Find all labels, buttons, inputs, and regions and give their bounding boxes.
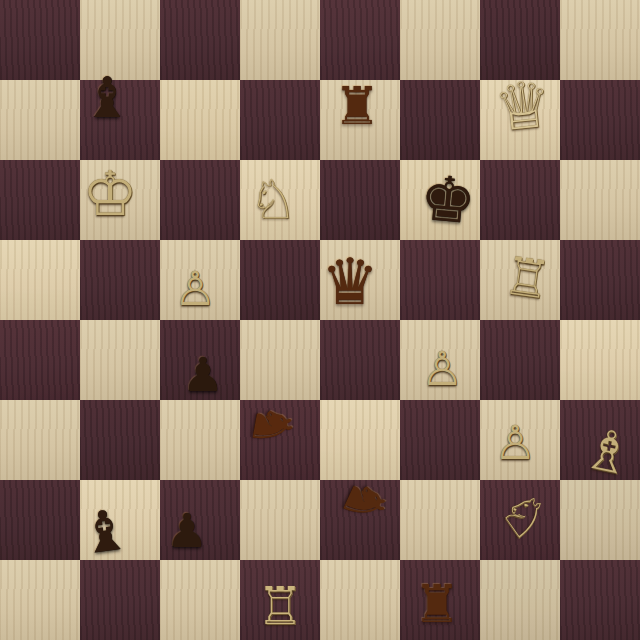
square-g7[interactable]: ♕ <box>480 80 560 160</box>
square-a1[interactable] <box>0 560 80 640</box>
square-d8[interactable] <box>240 0 320 80</box>
square-b3[interactable] <box>80 400 160 480</box>
square-f8[interactable] <box>400 0 480 80</box>
square-h5[interactable] <box>560 240 640 320</box>
square-f2[interactable] <box>400 480 480 560</box>
square-e3[interactable] <box>320 400 400 480</box>
square-e2[interactable]: ♞ <box>320 480 400 560</box>
square-b4[interactable] <box>80 320 160 400</box>
square-b6[interactable]: ♔ <box>80 160 160 240</box>
square-c5[interactable]: ♙ <box>160 240 240 320</box>
piece-black-bishop-b2[interactable]: ♝ <box>76 501 134 563</box>
square-e1[interactable] <box>320 560 400 640</box>
square-a3[interactable] <box>0 400 80 480</box>
square-d3[interactable]: ♞ <box>240 400 320 480</box>
square-h2[interactable] <box>560 480 640 560</box>
square-h3[interactable]: ♗ <box>560 400 640 480</box>
piece-white-bishop-h3[interactable]: ♗ <box>578 419 639 484</box>
chessboard-photo: ♝♜♕♔♘♚♙♛♖♟♙♞♙♗♝♟♞♘♖♜ Ж <box>0 0 640 640</box>
square-a4[interactable] <box>0 320 80 400</box>
piece-black-rook-e7[interactable]: ♜ <box>334 80 381 132</box>
square-e4[interactable] <box>320 320 400 400</box>
square-h8[interactable] <box>560 0 640 80</box>
square-d2[interactable] <box>240 480 320 560</box>
square-d4[interactable] <box>240 320 320 400</box>
piece-black-king-f6[interactable]: ♚ <box>418 167 479 234</box>
square-g8[interactable] <box>480 0 560 80</box>
piece-white-pawn-g3[interactable]: ♙ <box>494 419 536 466</box>
square-e7[interactable]: ♜ <box>320 80 400 160</box>
square-c4[interactable]: ♟ <box>160 320 240 400</box>
square-a8[interactable] <box>0 0 80 80</box>
square-f4[interactable]: ♙ <box>400 320 480 400</box>
piece-black-queen-e5[interactable]: ♛ <box>321 250 378 314</box>
square-b1[interactable] <box>80 560 160 640</box>
square-a7[interactable] <box>0 80 80 160</box>
square-d7[interactable] <box>240 80 320 160</box>
square-g6[interactable] <box>480 160 560 240</box>
piece-white-king-b6[interactable]: ♔ <box>82 163 138 225</box>
square-f5[interactable] <box>400 240 480 320</box>
square-d5[interactable] <box>240 240 320 320</box>
square-e6[interactable] <box>320 160 400 240</box>
square-g2[interactable]: ♘ <box>480 480 560 560</box>
fallen-piece-white-knight-g2[interactable]: ♘ <box>491 482 559 549</box>
chess-board: ♝♜♕♔♘♚♙♛♖♟♙♞♙♗♝♟♞♘♖♜ <box>0 0 640 640</box>
fallen-piece-black-knight-e2[interactable]: ♞ <box>332 470 398 533</box>
square-h4[interactable] <box>560 320 640 400</box>
piece-white-pawn-c5[interactable]: ♙ <box>174 265 216 312</box>
square-b2[interactable]: ♝ <box>80 480 160 560</box>
square-b7[interactable]: ♝ <box>80 80 160 160</box>
square-b5[interactable] <box>80 240 160 320</box>
square-c1[interactable] <box>160 560 240 640</box>
square-g1[interactable] <box>480 560 560 640</box>
square-a5[interactable] <box>0 240 80 320</box>
square-f6[interactable]: ♚ <box>400 160 480 240</box>
square-f1[interactable]: ♜ <box>400 560 480 640</box>
square-g3[interactable]: ♙ <box>480 400 560 480</box>
piece-white-knight-d6[interactable]: ♘ <box>249 173 297 227</box>
piece-white-pawn-f4[interactable]: ♙ <box>421 345 463 392</box>
fallen-piece-black-knight-d3[interactable]: ♞ <box>243 399 302 453</box>
square-g4[interactable] <box>480 320 560 400</box>
square-c6[interactable] <box>160 160 240 240</box>
piece-black-pawn-c2[interactable]: ♟ <box>166 507 208 554</box>
square-g5[interactable]: ♖ <box>480 240 560 320</box>
piece-white-rook-d1[interactable]: ♖ <box>257 580 304 632</box>
square-e5[interactable]: ♛ <box>320 240 400 320</box>
square-h1[interactable] <box>560 560 640 640</box>
square-d6[interactable]: ♘ <box>240 160 320 240</box>
piece-white-rook-g5[interactable]: ♖ <box>500 249 553 307</box>
square-f3[interactable] <box>400 400 480 480</box>
piece-black-rook-f1[interactable]: ♜ <box>414 578 461 630</box>
square-e8[interactable] <box>320 0 400 80</box>
square-d1[interactable]: ♖ <box>240 560 320 640</box>
piece-black-pawn-c4[interactable]: ♟ <box>182 351 224 398</box>
square-c7[interactable] <box>160 80 240 160</box>
piece-black-bishop-b7[interactable]: ♝ <box>82 70 132 126</box>
square-c2[interactable]: ♟ <box>160 480 240 560</box>
square-h7[interactable] <box>560 80 640 160</box>
piece-white-queen-g7[interactable]: ♕ <box>491 71 555 141</box>
square-c8[interactable] <box>160 0 240 80</box>
square-c3[interactable] <box>160 400 240 480</box>
square-a6[interactable] <box>0 160 80 240</box>
square-f7[interactable] <box>400 80 480 160</box>
square-h6[interactable] <box>560 160 640 240</box>
square-a2[interactable] <box>0 480 80 560</box>
